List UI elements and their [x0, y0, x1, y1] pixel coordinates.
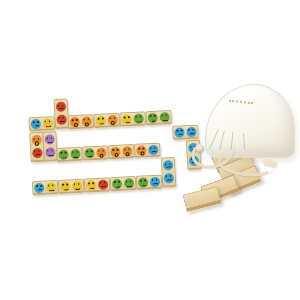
face-orange [122, 146, 133, 157]
domino-tile-blue-yellow[interactable] [28, 116, 55, 131]
domino-tile-blue-yellow[interactable] [32, 180, 59, 195]
domino-tile-green-orange[interactable] [82, 145, 109, 160]
product-photo-scene [0, 0, 300, 300]
face-green [70, 148, 81, 159]
face-yellow [122, 114, 133, 125]
domino-tile-yellow-orange[interactable] [93, 113, 120, 128]
domino-tile-green-green[interactable] [145, 110, 172, 125]
face-green [138, 177, 149, 188]
face-yellow [60, 181, 71, 192]
face-red [56, 114, 67, 125]
face-orange [136, 145, 147, 156]
face-red [55, 102, 66, 113]
face-purple [44, 134, 55, 145]
face-blue [162, 160, 173, 171]
face-yellow [86, 180, 97, 191]
face-blue [186, 126, 197, 137]
face-orange [96, 147, 107, 158]
drawstring-bag[interactable] [199, 84, 296, 172]
face-green [133, 113, 144, 124]
domino-tile-blue-blue[interactable] [160, 157, 176, 188]
face-blue [148, 144, 159, 155]
face-orange [110, 146, 121, 157]
domino-tile-green-green[interactable] [110, 176, 137, 191]
domino-tile-green-green[interactable] [56, 147, 83, 162]
domino-tile-yellow-yellow[interactable] [58, 179, 85, 194]
face-orange [70, 116, 81, 127]
domino-tile-green-blue[interactable] [136, 175, 163, 190]
face-blue [31, 118, 42, 129]
domino-tile-orange-blue[interactable] [134, 143, 161, 158]
face-red [32, 147, 43, 158]
face-yellow [96, 115, 107, 126]
face-yellow [46, 182, 57, 193]
face-yellow [72, 180, 83, 191]
face-orange [107, 114, 118, 125]
face-blue [149, 176, 160, 187]
face-red [97, 179, 108, 190]
domino-tile-purple-purple[interactable] [42, 131, 58, 162]
domino-board-grid [28, 92, 202, 197]
face-blue [163, 173, 174, 184]
rope-knot [195, 144, 204, 153]
face-green [123, 178, 134, 189]
face-yellow [42, 118, 53, 129]
face-green [159, 112, 170, 123]
blank-tile-5[interactable] [182, 186, 221, 212]
domino-tile-red-red[interactable] [53, 98, 69, 129]
domino-tile-orange-orange[interactable] [108, 144, 135, 159]
face-green [148, 112, 159, 123]
face-purple [45, 147, 56, 158]
face-green [112, 178, 123, 189]
domino-chain [28, 92, 202, 197]
domino-tile-orange-orange[interactable] [67, 114, 94, 129]
face-orange [81, 116, 92, 127]
face-blue [34, 182, 45, 193]
face-green [59, 149, 70, 160]
domino-tile-blue-blue[interactable] [172, 125, 199, 140]
face-blue [175, 127, 186, 138]
face-green [85, 148, 96, 159]
domino-tile-yellow-green[interactable] [119, 111, 146, 126]
face-orange [31, 135, 42, 146]
domino-tile-yellow-red[interactable] [84, 177, 111, 192]
